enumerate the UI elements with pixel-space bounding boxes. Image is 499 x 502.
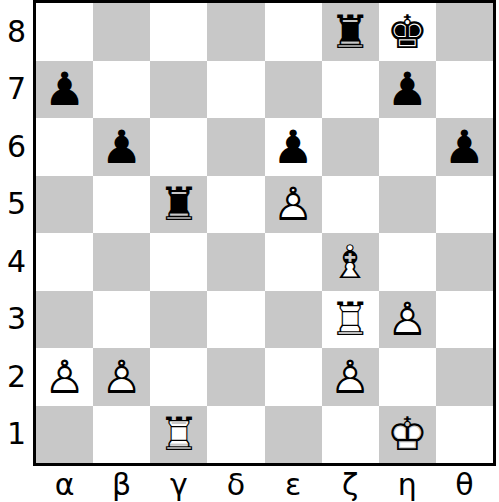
rank-label-2: 2 — [0, 348, 33, 406]
rank-labels: 87654321 — [0, 0, 33, 466]
black-pawn-piece[interactable]: ♟ — [265, 118, 322, 176]
file-label-η: η — [379, 466, 436, 502]
piece-outline-layer: ♗ — [322, 233, 379, 291]
square-α5[interactable] — [36, 176, 93, 234]
square-θ3[interactable] — [436, 291, 493, 349]
chess-diagram: 87654321 ♜♚♟♟♟♟♟♜♟♙♝♗♜♖♟♙♟♙♟♙♟♙♜♖♚♔ αβγδ… — [0, 0, 499, 502]
square-ε8[interactable] — [265, 3, 322, 61]
square-θ6[interactable]: ♟ — [436, 118, 493, 176]
square-ε1[interactable] — [265, 406, 322, 464]
square-η8[interactable]: ♚ — [379, 3, 436, 61]
square-θ4[interactable] — [436, 233, 493, 291]
piece-outline-layer: ♙ — [265, 176, 322, 234]
square-α8[interactable] — [36, 3, 93, 61]
square-γ2[interactable] — [150, 348, 207, 406]
square-ζ3[interactable]: ♜♖ — [322, 291, 379, 349]
square-η1[interactable]: ♚♔ — [379, 406, 436, 464]
white-pawn-piece[interactable]: ♟♙ — [379, 291, 436, 349]
square-γ4[interactable] — [150, 233, 207, 291]
square-ζ6[interactable] — [322, 118, 379, 176]
square-γ5[interactable]: ♜ — [150, 176, 207, 234]
square-α2[interactable]: ♟♙ — [36, 348, 93, 406]
square-δ4[interactable] — [207, 233, 264, 291]
square-ε5[interactable]: ♟♙ — [265, 176, 322, 234]
square-β2[interactable]: ♟♙ — [93, 348, 150, 406]
white-rook-piece[interactable]: ♜♖ — [150, 406, 207, 464]
square-θ7[interactable] — [436, 61, 493, 119]
black-pawn-piece[interactable]: ♟ — [436, 118, 493, 176]
square-β6[interactable]: ♟ — [93, 118, 150, 176]
piece-outline-layer: ♔ — [379, 406, 436, 464]
square-ζ5[interactable] — [322, 176, 379, 234]
square-δ6[interactable] — [207, 118, 264, 176]
square-γ6[interactable] — [150, 118, 207, 176]
chess-diagram-page: 87654321 ♜♚♟♟♟♟♟♜♟♙♝♗♜♖♟♙♟♙♟♙♟♙♜♖♚♔ αβγδ… — [0, 0, 499, 502]
square-δ2[interactable] — [207, 348, 264, 406]
square-α6[interactable] — [36, 118, 93, 176]
white-rook-piece[interactable]: ♜♖ — [322, 291, 379, 349]
square-η7[interactable]: ♟ — [379, 61, 436, 119]
file-label-θ: θ — [436, 466, 493, 502]
file-labels: αβγδεζηθ — [33, 466, 496, 502]
white-king-piece[interactable]: ♚♔ — [379, 406, 436, 464]
square-ε2[interactable] — [265, 348, 322, 406]
white-bishop-piece[interactable]: ♝♗ — [322, 233, 379, 291]
square-γ1[interactable]: ♜♖ — [150, 406, 207, 464]
square-β5[interactable] — [93, 176, 150, 234]
file-label-ε: ε — [265, 466, 322, 502]
rank-label-1: 1 — [0, 406, 33, 464]
square-β8[interactable] — [93, 3, 150, 61]
square-δ1[interactable] — [207, 406, 264, 464]
square-η4[interactable] — [379, 233, 436, 291]
square-ζ1[interactable] — [322, 406, 379, 464]
black-pawn-piece[interactable]: ♟ — [36, 61, 93, 119]
square-α7[interactable]: ♟ — [36, 61, 93, 119]
square-γ8[interactable] — [150, 3, 207, 61]
square-θ5[interactable] — [436, 176, 493, 234]
square-ζ8[interactable]: ♜ — [322, 3, 379, 61]
rank-label-8: 8 — [0, 3, 33, 61]
black-rook-piece[interactable]: ♜ — [322, 3, 379, 61]
chess-board: ♜♚♟♟♟♟♟♜♟♙♝♗♜♖♟♙♟♙♟♙♟♙♜♖♚♔ — [33, 0, 496, 466]
black-pawn-piece[interactable]: ♟ — [379, 61, 436, 119]
square-δ3[interactable] — [207, 291, 264, 349]
white-pawn-piece[interactable]: ♟♙ — [93, 348, 150, 406]
square-θ1[interactable] — [436, 406, 493, 464]
square-γ3[interactable] — [150, 291, 207, 349]
rank-label-4: 4 — [0, 233, 33, 291]
square-ζ4[interactable]: ♝♗ — [322, 233, 379, 291]
corner-spacer — [0, 466, 33, 502]
piece-outline-layer: ♖ — [150, 406, 207, 464]
file-label-α: α — [36, 466, 93, 502]
white-pawn-piece[interactable]: ♟♙ — [36, 348, 93, 406]
rank-label-3: 3 — [0, 291, 33, 349]
square-δ5[interactable] — [207, 176, 264, 234]
square-ε3[interactable] — [265, 291, 322, 349]
square-γ7[interactable] — [150, 61, 207, 119]
square-α4[interactable] — [36, 233, 93, 291]
file-label-ζ: ζ — [322, 466, 379, 502]
square-η5[interactable] — [379, 176, 436, 234]
piece-outline-layer: ♙ — [379, 291, 436, 349]
square-ζ2[interactable]: ♟♙ — [322, 348, 379, 406]
square-η3[interactable]: ♟♙ — [379, 291, 436, 349]
square-θ2[interactable] — [436, 348, 493, 406]
rank-label-5: 5 — [0, 176, 33, 234]
square-ε4[interactable] — [265, 233, 322, 291]
square-ε7[interactable] — [265, 61, 322, 119]
white-pawn-piece[interactable]: ♟♙ — [265, 176, 322, 234]
piece-outline-layer: ♖ — [322, 291, 379, 349]
square-β4[interactable] — [93, 233, 150, 291]
white-pawn-piece[interactable]: ♟♙ — [322, 348, 379, 406]
square-ε6[interactable]: ♟ — [265, 118, 322, 176]
file-label-β: β — [93, 466, 150, 502]
black-king-piece[interactable]: ♚ — [379, 3, 436, 61]
square-η2[interactable] — [379, 348, 436, 406]
black-pawn-piece[interactable]: ♟ — [93, 118, 150, 176]
square-θ8[interactable] — [436, 3, 493, 61]
square-β7[interactable] — [93, 61, 150, 119]
square-α3[interactable] — [36, 291, 93, 349]
square-δ7[interactable] — [207, 61, 264, 119]
piece-outline-layer: ♙ — [93, 348, 150, 406]
rank-label-6: 6 — [0, 118, 33, 176]
square-ζ7[interactable] — [322, 61, 379, 119]
square-δ8[interactable] — [207, 3, 264, 61]
square-β3[interactable] — [93, 291, 150, 349]
square-α1[interactable] — [36, 406, 93, 464]
file-label-δ: δ — [207, 466, 264, 502]
rank-label-7: 7 — [0, 61, 33, 119]
black-rook-piece[interactable]: ♜ — [150, 176, 207, 234]
piece-outline-layer: ♙ — [322, 348, 379, 406]
square-β1[interactable] — [93, 406, 150, 464]
square-η6[interactable] — [379, 118, 436, 176]
file-label-γ: γ — [150, 466, 207, 502]
piece-outline-layer: ♙ — [36, 348, 93, 406]
